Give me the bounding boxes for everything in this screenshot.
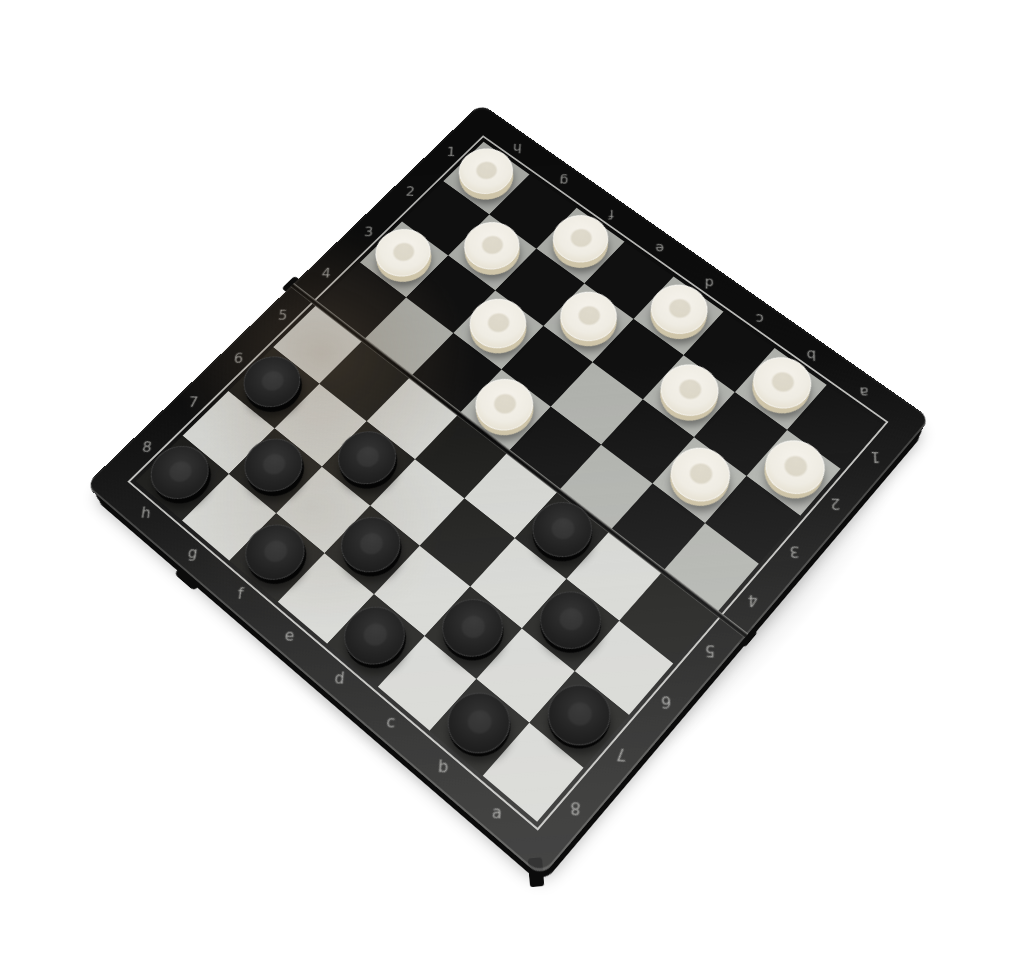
- rank-label-left-4: 4: [321, 268, 331, 281]
- rank-label-left-1: 1: [446, 147, 456, 159]
- file-label-bottom-h: h: [140, 506, 152, 520]
- rank-label-left-3: 3: [364, 226, 374, 238]
- rank-label-left-8: 8: [141, 441, 152, 455]
- rank-label-left-5: 5: [277, 310, 288, 323]
- corner-foot: [528, 857, 545, 887]
- file-label-bottom-c: c: [386, 715, 396, 731]
- file-label-top-g: g: [559, 174, 568, 186]
- file-label-bottom-a: a: [491, 805, 502, 822]
- rank-label-left-2: 2: [405, 186, 415, 198]
- rank-label-right-4: 4: [748, 592, 758, 607]
- rank-label-right-6: 6: [661, 693, 671, 709]
- file-label-top-b: b: [806, 348, 816, 361]
- file-label-bottom-b: b: [438, 759, 449, 775]
- file-label-top-h: h: [513, 142, 522, 154]
- file-label-bottom-e: e: [284, 629, 295, 644]
- checkers-board: 1122334455667788hhggffeeddccbbaa: [85, 103, 931, 877]
- file-label-bottom-g: g: [187, 546, 199, 561]
- file-label-bottom-f: f: [237, 587, 244, 602]
- rank-label-left-7: 7: [188, 396, 199, 409]
- rank-label-left-6: 6: [233, 352, 244, 365]
- file-label-top-d: d: [705, 276, 714, 289]
- file-label-top-f: f: [609, 207, 614, 219]
- clasp: [174, 567, 201, 592]
- file-label-bottom-d: d: [334, 671, 345, 687]
- rank-label-right-3: 3: [789, 543, 799, 558]
- rank-label-right-1: 1: [870, 449, 880, 463]
- board-frame: 1122334455667788hhggffeeddccbbaa: [85, 103, 931, 877]
- rank-label-right-7: 7: [616, 745, 627, 761]
- file-label-top-a: a: [859, 385, 869, 399]
- file-label-top-c: c: [756, 312, 764, 325]
- rank-label-right-8: 8: [570, 799, 581, 816]
- product-photo-background: 1122334455667788hhggffeeddccbbaa: [0, 0, 1017, 960]
- file-label-top-e: e: [655, 241, 664, 253]
- rank-label-right-5: 5: [705, 642, 715, 657]
- rank-label-right-2: 2: [830, 496, 840, 510]
